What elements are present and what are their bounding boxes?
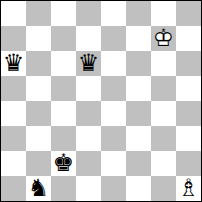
square-f1[interactable] [126,176,151,201]
square-a8[interactable] [1,1,26,26]
square-d8[interactable] [76,1,101,26]
square-b1[interactable]: ♞ [26,176,51,201]
square-b6[interactable] [26,51,51,76]
chess-diagram: ♚♔♛♛♚♞♝♗ [0,0,202,202]
square-e4[interactable] [101,101,126,126]
white-bishop-outline: ♗ [176,176,201,201]
square-g4[interactable] [151,101,176,126]
square-b2[interactable] [26,151,51,176]
white-bishop: ♝♗ [176,176,201,201]
black-king-glyph: ♚ [51,151,76,176]
square-d5[interactable] [76,76,101,101]
square-h8[interactable] [176,1,201,26]
square-d4[interactable] [76,101,101,126]
square-c8[interactable] [51,1,76,26]
black-knight-glyph: ♞ [26,176,51,201]
square-f4[interactable] [126,101,151,126]
square-g2[interactable] [151,151,176,176]
square-h4[interactable] [176,101,201,126]
chess-board: ♚♔♛♛♚♞♝♗ [0,0,202,202]
white-king-outline: ♔ [151,26,176,51]
black-knight: ♞ [26,176,51,201]
square-b7[interactable] [26,26,51,51]
square-e7[interactable] [101,26,126,51]
square-a3[interactable] [1,126,26,151]
square-d6[interactable]: ♛ [76,51,101,76]
square-f3[interactable] [126,126,151,151]
black-queen-glyph: ♛ [1,51,26,76]
square-c7[interactable] [51,26,76,51]
white-king: ♚♔ [151,26,176,51]
square-e5[interactable] [101,76,126,101]
square-d7[interactable] [76,26,101,51]
black-king: ♚ [51,151,76,176]
square-b5[interactable] [26,76,51,101]
square-f8[interactable] [126,1,151,26]
square-c2[interactable]: ♚ [51,151,76,176]
square-g5[interactable] [151,76,176,101]
square-a7[interactable] [1,26,26,51]
black-queen: ♛ [76,51,101,76]
square-f5[interactable] [126,76,151,101]
square-h2[interactable] [176,151,201,176]
square-c3[interactable] [51,126,76,151]
square-a4[interactable] [1,101,26,126]
square-e6[interactable] [101,51,126,76]
square-c4[interactable] [51,101,76,126]
square-g3[interactable] [151,126,176,151]
square-f6[interactable] [126,51,151,76]
square-e3[interactable] [101,126,126,151]
square-a6[interactable]: ♛ [1,51,26,76]
square-g7[interactable]: ♚♔ [151,26,176,51]
square-c6[interactable] [51,51,76,76]
square-b4[interactable] [26,101,51,126]
square-f2[interactable] [126,151,151,176]
square-c1[interactable] [51,176,76,201]
square-a1[interactable] [1,176,26,201]
square-f7[interactable] [126,26,151,51]
square-b8[interactable] [26,1,51,26]
square-g6[interactable] [151,51,176,76]
square-e1[interactable] [101,176,126,201]
square-g8[interactable] [151,1,176,26]
square-c5[interactable] [51,76,76,101]
black-queen-glyph: ♛ [76,51,101,76]
square-h7[interactable] [176,26,201,51]
square-b3[interactable] [26,126,51,151]
square-h5[interactable] [176,76,201,101]
square-g1[interactable] [151,176,176,201]
square-h3[interactable] [176,126,201,151]
square-e8[interactable] [101,1,126,26]
black-queen: ♛ [1,51,26,76]
square-a2[interactable] [1,151,26,176]
square-d3[interactable] [76,126,101,151]
square-a5[interactable] [1,76,26,101]
square-e2[interactable] [101,151,126,176]
square-d2[interactable] [76,151,101,176]
square-h1[interactable]: ♝♗ [176,176,201,201]
square-h6[interactable] [176,51,201,76]
square-d1[interactable] [76,176,101,201]
